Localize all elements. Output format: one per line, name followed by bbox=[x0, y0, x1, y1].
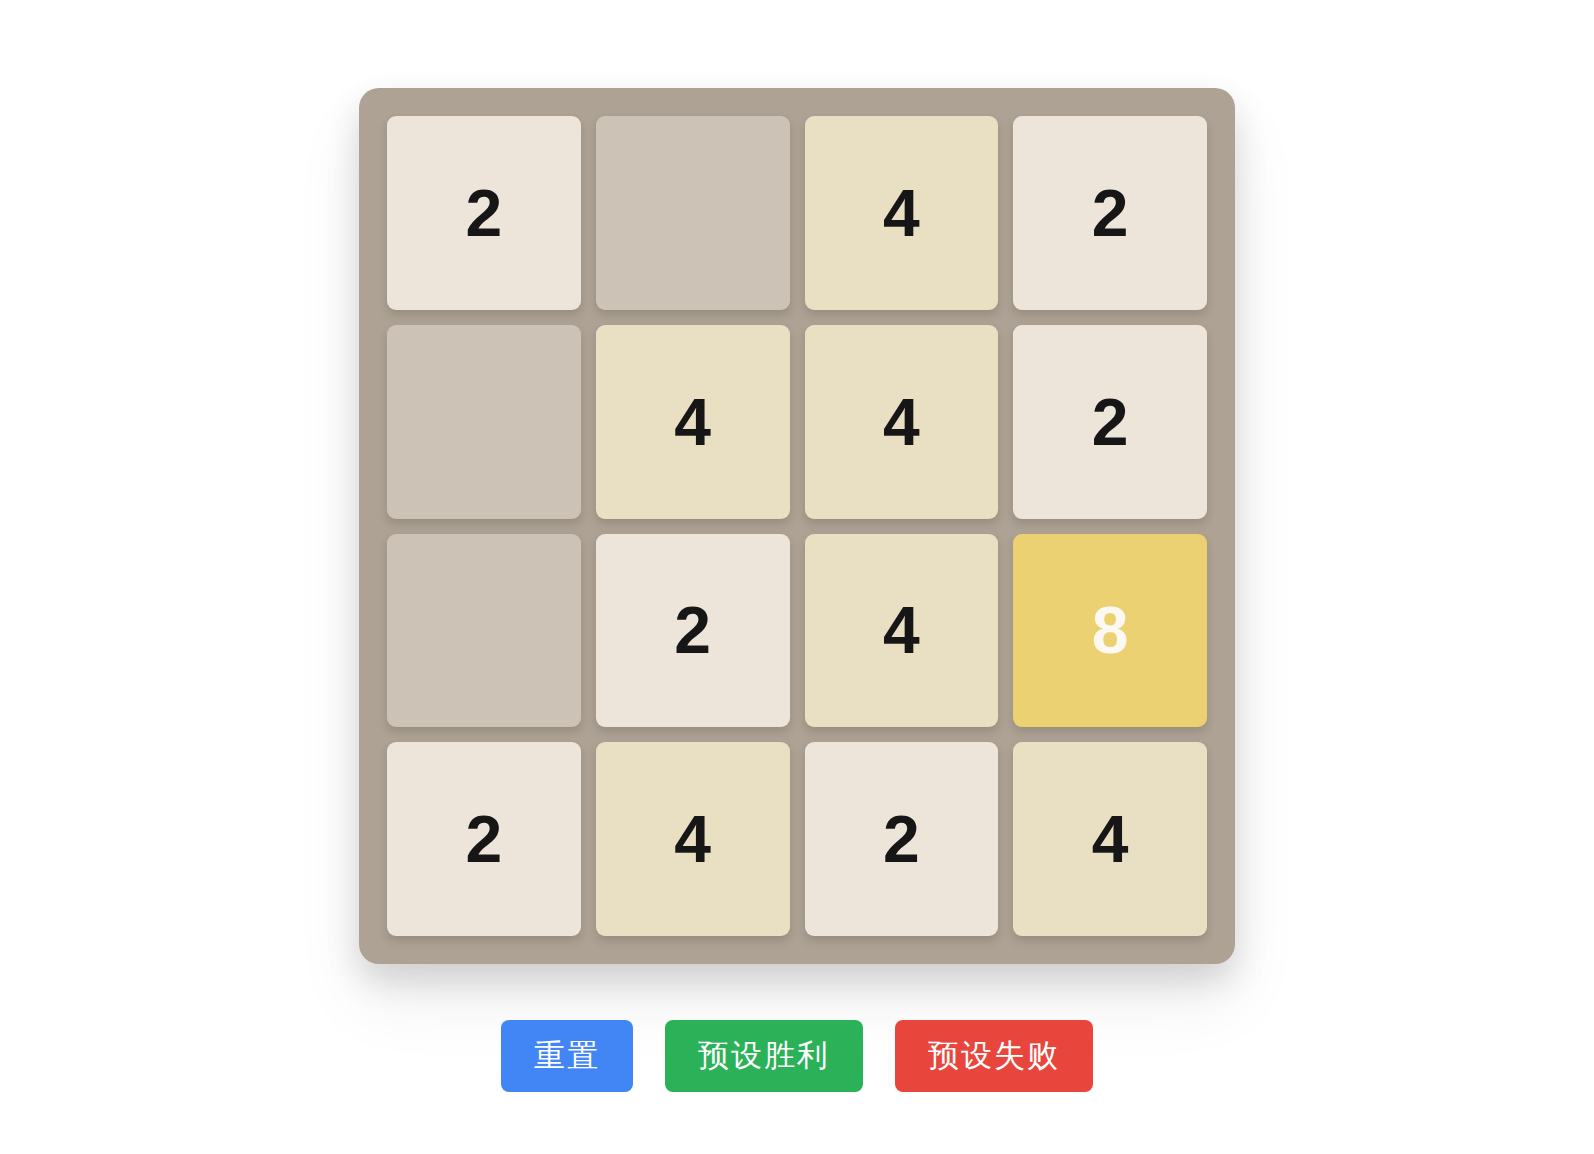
cell-r2c1: 2 bbox=[596, 534, 790, 728]
cell-r0c2: 4 bbox=[805, 116, 999, 310]
cell-r1c3: 2 bbox=[1013, 325, 1207, 519]
reset-button[interactable]: 重置 bbox=[501, 1020, 633, 1092]
preset-win-button[interactable]: 预设胜利 bbox=[665, 1020, 863, 1092]
cell-r3c1: 4 bbox=[596, 742, 790, 936]
cell-r3c3: 4 bbox=[1013, 742, 1207, 936]
cell-r2c3: 8 bbox=[1013, 534, 1207, 728]
cell-r0c0: 2 bbox=[387, 116, 581, 310]
controls-bar: 重置 预设胜利 预设失败 bbox=[0, 1020, 1594, 1092]
game-page: 2 4 2 4 4 2 2 4 8 2 4 2 4 重置 预设胜利 预设失败 bbox=[0, 0, 1594, 1154]
cell-r1c0 bbox=[387, 325, 581, 519]
cell-r3c2: 2 bbox=[805, 742, 999, 936]
cell-r1c2: 4 bbox=[805, 325, 999, 519]
cell-r0c3: 2 bbox=[1013, 116, 1207, 310]
cell-r2c0 bbox=[387, 534, 581, 728]
cell-r3c0: 2 bbox=[387, 742, 581, 936]
cell-r1c1: 4 bbox=[596, 325, 790, 519]
preset-lose-button[interactable]: 预设失败 bbox=[895, 1020, 1093, 1092]
cell-r0c1 bbox=[596, 116, 790, 310]
cell-r2c2: 4 bbox=[805, 534, 999, 728]
board-2048[interactable]: 2 4 2 4 4 2 2 4 8 2 4 2 4 bbox=[359, 88, 1235, 964]
